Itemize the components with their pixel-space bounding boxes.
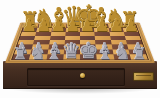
piece-gold-pawn: ♟ — [17, 17, 41, 34]
piece-silver-pawn: ♟ — [76, 41, 100, 56]
piece-silver-knight: ♞ — [111, 44, 135, 62]
piece-silver-knight: ♞ — [26, 44, 50, 62]
piece-gold-rook: ♜ — [118, 9, 142, 31]
piece-silver-rook: ♜ — [128, 46, 152, 62]
piece-gold-pawn: ♟ — [61, 17, 85, 34]
piece-silver-pawn: ♟ — [109, 41, 133, 56]
piece-gold-bishop: ♝ — [47, 4, 71, 31]
piece-silver-pawn: ♟ — [126, 41, 150, 56]
piece-silver-queen: ♛ — [60, 41, 84, 62]
piece-gold-bishop: ♝ — [89, 4, 113, 31]
piece-gold-pawn: ♟ — [46, 17, 70, 34]
piece-gold-queen: ♛ — [61, 3, 85, 32]
piece-silver-bishop: ♝ — [43, 43, 67, 62]
piece-silver-pawn: ♟ — [27, 41, 51, 56]
piece-silver-pawn: ♟ — [43, 41, 67, 56]
piece-gold-king: ♚ — [75, 1, 99, 32]
piece-gold-knight: ♞ — [104, 6, 128, 31]
piece-silver-pawn: ♟ — [60, 41, 84, 56]
piece-silver-king: ♚ — [77, 40, 101, 62]
piece-silver-pawn: ♟ — [93, 41, 117, 56]
piece-silver-pawn: ♟ — [10, 41, 34, 56]
piece-gold-pawn: ♟ — [75, 17, 99, 34]
piece-silver-bishop: ♝ — [94, 43, 118, 62]
piece-gold-pawn: ♟ — [90, 17, 114, 34]
piece-gold-pawn: ♟ — [119, 17, 143, 34]
piece-gold-rook: ♜ — [18, 9, 42, 31]
piece-gold-pawn: ♟ — [104, 17, 128, 34]
piece-silver-rook: ♜ — [9, 46, 33, 62]
chess-set-photo: ♜♞♝♛♚♝♞♜♟♟♟♟♟♟♟♟♟♟♟♟♟♟♟♟♜♞♝♛♚♝♞♜ — [0, 0, 160, 98]
pieces-layer: ♜♞♝♛♚♝♞♜♟♟♟♟♟♟♟♟♟♟♟♟♟♟♟♟♜♞♝♛♚♝♞♜ — [0, 0, 160, 98]
piece-gold-pawn: ♟ — [32, 17, 56, 34]
piece-gold-knight: ♞ — [32, 6, 56, 31]
